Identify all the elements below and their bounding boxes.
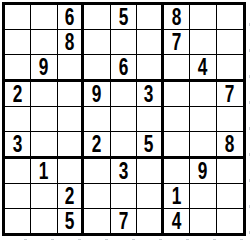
cell-r4c5[interactable]	[111, 82, 137, 107]
cell-r3c8[interactable]: 4	[190, 55, 216, 82]
cell-r3c4[interactable]	[84, 55, 110, 82]
cell-r9c1[interactable]	[5, 209, 31, 234]
given-digit: 3	[144, 82, 154, 106]
cell-r6c6[interactable]: 5	[137, 132, 163, 159]
cell-r3c9[interactable]	[217, 55, 243, 82]
cell-r3c2[interactable]: 9	[31, 55, 57, 82]
cell-r6c7[interactable]	[164, 132, 190, 159]
cell-r1c7[interactable]: 8	[164, 5, 190, 30]
cell-r7c1[interactable]	[5, 159, 31, 184]
given-digit: 2	[65, 184, 75, 208]
given-digit: 9	[39, 55, 49, 79]
cell-r4c8[interactable]	[190, 82, 216, 107]
given-digit: 9	[92, 82, 102, 106]
cell-r3c5[interactable]: 6	[111, 55, 137, 82]
cell-r7c4[interactable]	[84, 159, 110, 184]
cell-r8c4[interactable]	[84, 184, 110, 209]
cell-r5c5[interactable]	[111, 107, 137, 132]
cell-r3c6[interactable]	[137, 55, 163, 82]
cell-r9c4[interactable]	[84, 209, 110, 234]
cell-r2c9[interactable]	[217, 30, 243, 55]
cell-r2c6[interactable]	[137, 30, 163, 55]
given-digit: 7	[172, 30, 182, 54]
cell-r6c2[interactable]	[31, 132, 57, 159]
cell-r1c5[interactable]: 5	[111, 5, 137, 30]
cell-r8c6[interactable]	[137, 184, 163, 209]
cell-r6c4[interactable]: 2	[84, 132, 110, 159]
cell-r9c5[interactable]: 7	[111, 209, 137, 234]
cell-r5c9[interactable]	[217, 107, 243, 132]
given-digit: 5	[119, 5, 129, 29]
cell-r8c8[interactable]	[190, 184, 216, 209]
cell-r5c2[interactable]	[31, 107, 57, 132]
cell-r1c2[interactable]	[31, 5, 57, 30]
cell-r7c7[interactable]	[164, 159, 190, 184]
cell-r7c8[interactable]: 9	[190, 159, 216, 184]
cell-r9c7[interactable]: 4	[164, 209, 190, 234]
cell-r6c1[interactable]: 3	[5, 132, 31, 159]
cell-r5c3[interactable]	[58, 107, 84, 132]
cell-r6c8[interactable]	[190, 132, 216, 159]
cell-r9c9[interactable]	[217, 209, 243, 234]
cell-r8c9[interactable]	[217, 184, 243, 209]
cell-r8c1[interactable]	[5, 184, 31, 209]
cell-r6c5[interactable]	[111, 132, 137, 159]
cell-r4c1[interactable]: 2	[5, 82, 31, 107]
cell-r3c7[interactable]	[164, 55, 190, 82]
cell-r8c2[interactable]	[31, 184, 57, 209]
cell-r2c4[interactable]	[84, 30, 110, 55]
given-digit: 9	[198, 159, 208, 183]
cell-r9c3[interactable]: 5	[58, 209, 84, 234]
cell-r7c3[interactable]	[58, 159, 84, 184]
cell-r5c7[interactable]	[164, 107, 190, 132]
cell-r2c7[interactable]: 7	[164, 30, 190, 55]
cell-r9c2[interactable]	[31, 209, 57, 234]
cell-r1c8[interactable]	[190, 5, 216, 30]
cell-r7c9[interactable]	[217, 159, 243, 184]
cell-r7c2[interactable]: 1	[31, 159, 57, 184]
cell-r2c5[interactable]	[111, 30, 137, 55]
cell-r6c9[interactable]: 8	[217, 132, 243, 159]
cell-r2c3[interactable]: 8	[58, 30, 84, 55]
cell-r4c4[interactable]: 9	[84, 82, 110, 107]
cell-r2c8[interactable]	[190, 30, 216, 55]
given-digit: 8	[172, 5, 182, 29]
cell-r5c6[interactable]	[137, 107, 163, 132]
cell-r8c7[interactable]: 1	[164, 184, 190, 209]
cell-r7c6[interactable]	[137, 159, 163, 184]
given-digit: 6	[65, 5, 75, 29]
cell-r1c6[interactable]	[137, 5, 163, 30]
cell-r4c2[interactable]	[31, 82, 57, 107]
cell-r6c3[interactable]	[58, 132, 84, 159]
cell-r1c4[interactable]	[84, 5, 110, 30]
cell-r5c8[interactable]	[190, 107, 216, 132]
given-digit: 4	[172, 209, 182, 233]
given-digit: 6	[119, 55, 129, 79]
cell-r3c3[interactable]	[58, 55, 84, 82]
cell-r4c7[interactable]	[164, 82, 190, 107]
given-digit: 1	[39, 159, 49, 183]
given-digit: 5	[65, 209, 75, 233]
cell-r7c5[interactable]: 3	[111, 159, 137, 184]
given-digit: 7	[225, 82, 235, 106]
cell-r2c2[interactable]	[31, 30, 57, 55]
cell-r2c1[interactable]	[5, 30, 31, 55]
given-digit: 8	[225, 132, 235, 156]
given-digit: 5	[144, 132, 154, 156]
cell-r4c3[interactable]	[58, 82, 84, 107]
cell-r9c6[interactable]	[137, 209, 163, 234]
cell-r9c8[interactable]	[190, 209, 216, 234]
cell-r4c9[interactable]: 7	[217, 82, 243, 107]
given-digit: 2	[92, 132, 102, 156]
cell-r3c1[interactable]	[5, 55, 31, 82]
given-digit: 1	[172, 184, 182, 208]
cell-r5c1[interactable]	[5, 107, 31, 132]
cell-r1c3[interactable]: 6	[58, 5, 84, 30]
cell-r1c1[interactable]	[5, 5, 31, 30]
given-digit: 4	[198, 55, 208, 79]
cell-r8c5[interactable]	[111, 184, 137, 209]
sudoku-board: 658879642937325813921574	[2, 2, 246, 236]
given-digit: 3	[119, 159, 129, 183]
cell-r8c3[interactable]: 2	[58, 184, 84, 209]
cell-r4c6[interactable]: 3	[137, 82, 163, 107]
given-digit: 8	[65, 30, 75, 54]
given-digit: 3	[13, 132, 23, 156]
given-digit: 7	[119, 209, 129, 233]
spreadsheet-gridline-right	[249, 0, 250, 240]
given-digit: 2	[13, 82, 23, 106]
cell-r1c9[interactable]	[217, 5, 243, 30]
cell-r5c4[interactable]	[84, 107, 110, 132]
